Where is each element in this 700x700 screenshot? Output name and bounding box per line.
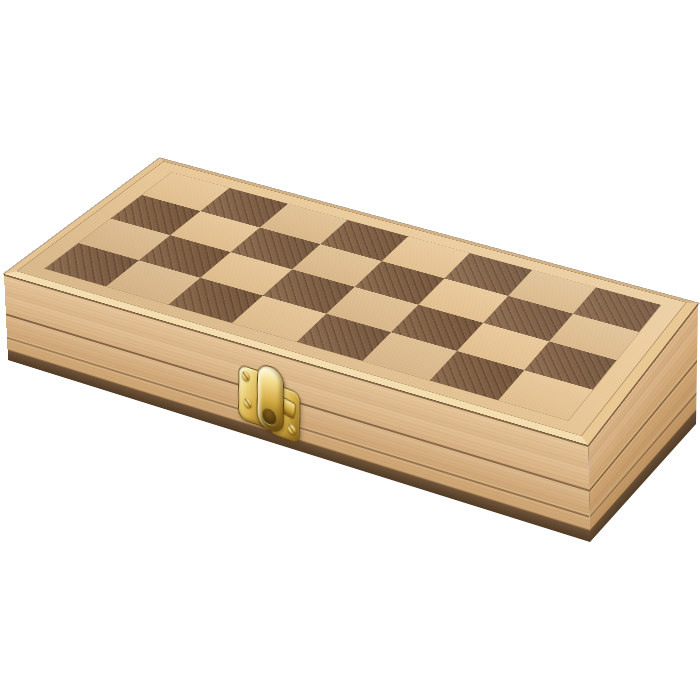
product-photo-chess-box (0, 0, 700, 700)
base-edge-strip (590, 411, 696, 542)
latch-tongue (257, 362, 285, 436)
